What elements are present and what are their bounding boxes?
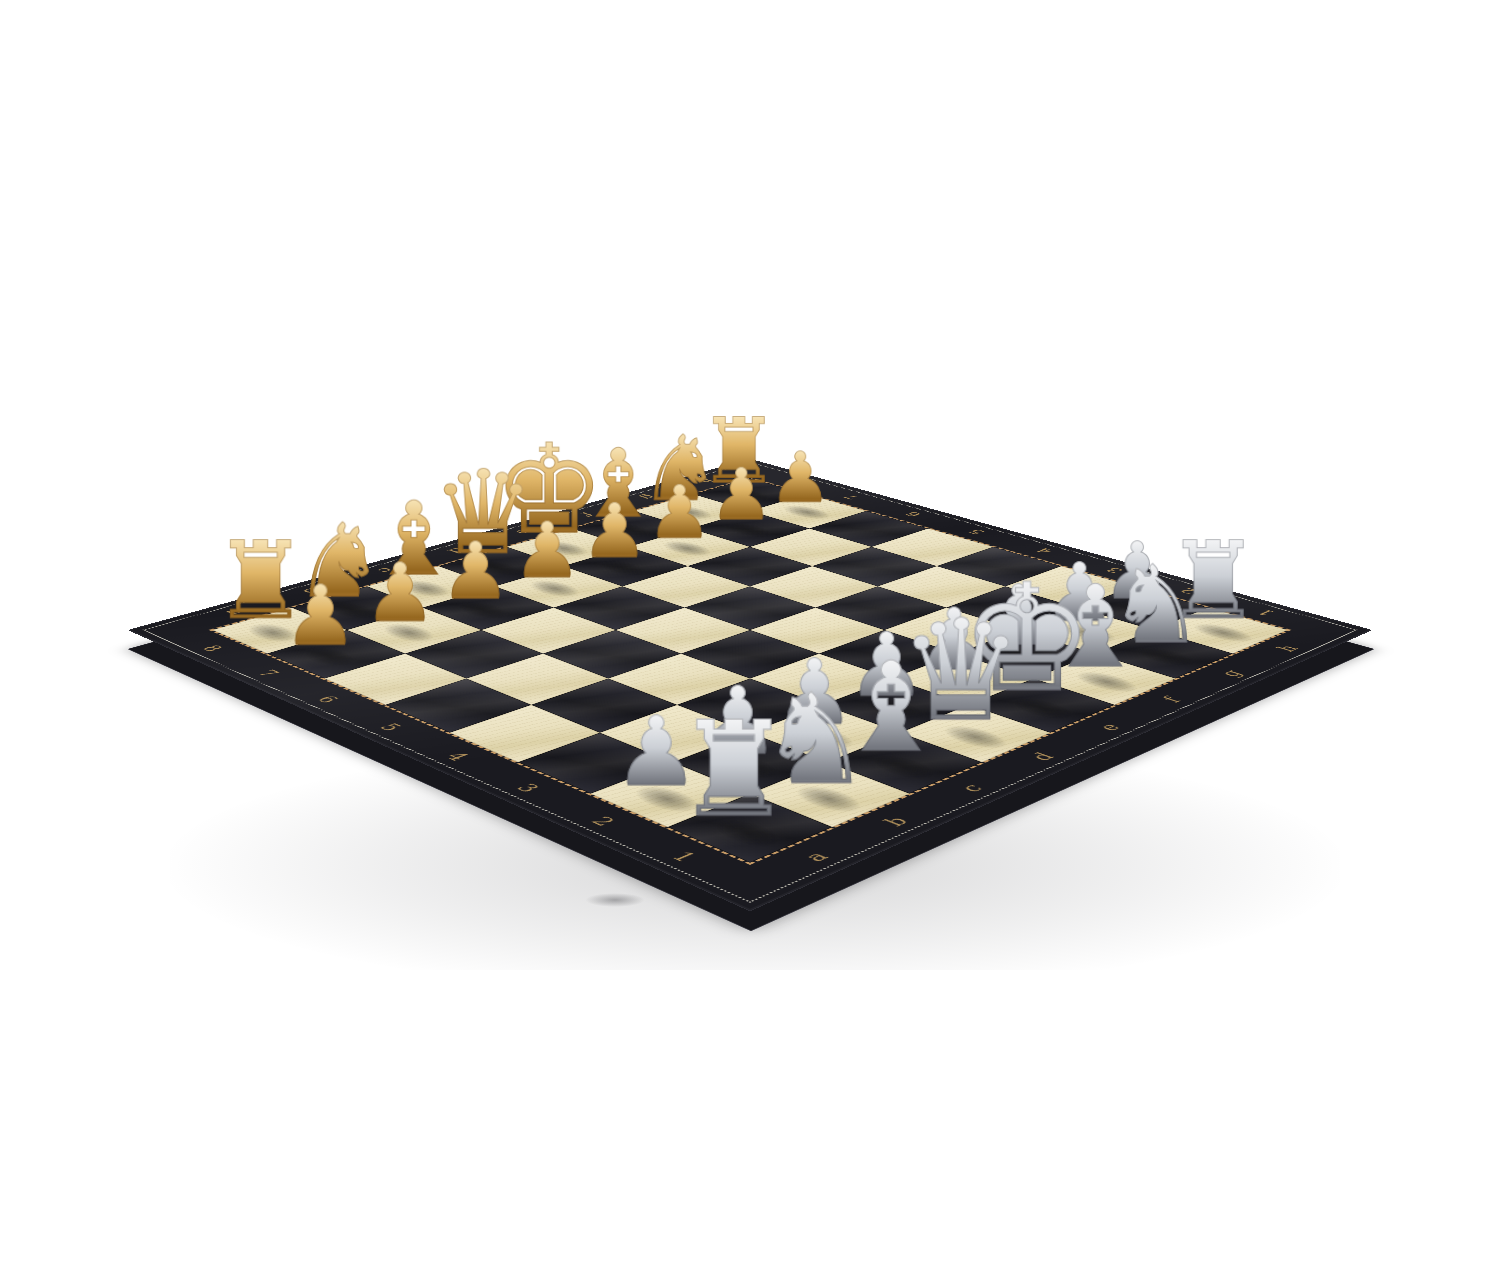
silver-rook-glyph: ♜ [634, 705, 832, 836]
product-photo-scene: 87654321 87654321 hgfedcba hgfedcba ♜♞♝♛… [0, 0, 1500, 1286]
gold-pawn-glyph: ♟ [238, 575, 403, 658]
